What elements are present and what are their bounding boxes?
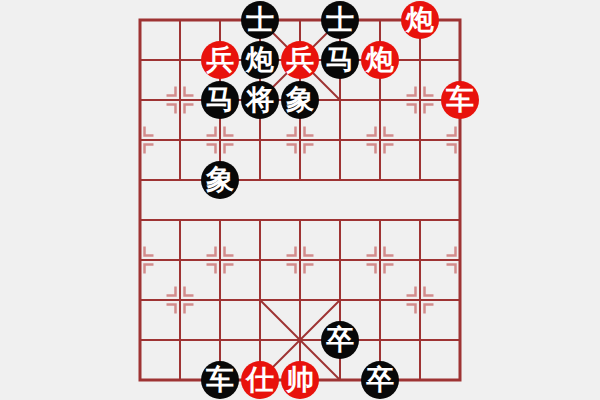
piece-red-cannon[interactable]: 炮: [401, 1, 439, 39]
board-point[interactable]: [400, 360, 440, 400]
board-point[interactable]: [160, 320, 200, 360]
board-point[interactable]: [360, 320, 400, 360]
piece-red-soldier[interactable]: 兵: [201, 41, 239, 79]
piece-black-soldier[interactable]: 卒: [321, 321, 359, 359]
board-point[interactable]: [360, 0, 400, 40]
board-point[interactable]: 将: [240, 80, 280, 120]
board-point[interactable]: 象: [280, 80, 320, 120]
board-point[interactable]: 兵: [280, 40, 320, 80]
board-point[interactable]: [440, 320, 480, 360]
piece-red-general[interactable]: 帅: [281, 361, 319, 399]
board-point[interactable]: [280, 320, 320, 360]
piece-black-advisor[interactable]: 士: [241, 1, 279, 39]
board-point[interactable]: [160, 0, 200, 40]
board-point[interactable]: [400, 240, 440, 280]
piece-red-soldier[interactable]: 兵: [281, 41, 319, 79]
board-point[interactable]: [320, 80, 360, 120]
board-point[interactable]: [160, 360, 200, 400]
board-point[interactable]: [200, 280, 240, 320]
board-point[interactable]: [160, 120, 200, 160]
board-point[interactable]: [280, 0, 320, 40]
piece-red-advisor[interactable]: 仕: [241, 361, 279, 399]
board-point[interactable]: [160, 280, 200, 320]
piece-black-soldier[interactable]: 卒: [361, 361, 399, 399]
piece-black-elephant[interactable]: 象: [201, 161, 239, 199]
board-point[interactable]: [440, 160, 480, 200]
board-point[interactable]: [400, 280, 440, 320]
board-point[interactable]: [400, 200, 440, 240]
board-point[interactable]: [120, 360, 160, 400]
board-point[interactable]: [240, 120, 280, 160]
board-point[interactable]: [240, 200, 280, 240]
piece-red-chariot[interactable]: 车: [441, 81, 479, 119]
board-point[interactable]: 卒: [320, 320, 360, 360]
board-point[interactable]: 士: [240, 0, 280, 40]
board-point[interactable]: [320, 280, 360, 320]
board-point[interactable]: 车: [440, 80, 480, 120]
board-point[interactable]: [320, 160, 360, 200]
board-point[interactable]: [320, 360, 360, 400]
board-point[interactable]: 帅: [280, 360, 320, 400]
board-point[interactable]: [360, 240, 400, 280]
piece-black-chariot[interactable]: 车: [201, 361, 239, 399]
board-point[interactable]: [280, 280, 320, 320]
board-point[interactable]: [120, 160, 160, 200]
board-point[interactable]: [280, 160, 320, 200]
board-point[interactable]: [120, 240, 160, 280]
board-point[interactable]: [120, 280, 160, 320]
board-point[interactable]: [400, 120, 440, 160]
board-point[interactable]: [360, 200, 400, 240]
board-point[interactable]: [240, 320, 280, 360]
board-point[interactable]: [160, 80, 200, 120]
board-point[interactable]: [440, 40, 480, 80]
board-point[interactable]: [160, 240, 200, 280]
piece-black-elephant[interactable]: 象: [281, 81, 319, 119]
piece-black-cannon[interactable]: 炮: [241, 41, 279, 79]
board-point[interactable]: [120, 320, 160, 360]
board-point[interactable]: [440, 240, 480, 280]
board-point[interactable]: [440, 280, 480, 320]
board-point[interactable]: [280, 200, 320, 240]
board-point[interactable]: [200, 240, 240, 280]
board-point[interactable]: [440, 120, 480, 160]
board-point[interactable]: 马: [320, 40, 360, 80]
board-point[interactable]: [280, 240, 320, 280]
piece-black-advisor[interactable]: 士: [321, 1, 359, 39]
piece-black-horse[interactable]: 马: [201, 81, 239, 119]
board-point[interactable]: 车: [200, 360, 240, 400]
board-point[interactable]: [360, 80, 400, 120]
board-point[interactable]: [120, 0, 160, 40]
board-point[interactable]: [200, 0, 240, 40]
board-point[interactable]: [400, 80, 440, 120]
board-point[interactable]: 炮: [400, 0, 440, 40]
board-point[interactable]: 士: [320, 0, 360, 40]
board-point[interactable]: [400, 40, 440, 80]
board-point[interactable]: [240, 240, 280, 280]
board-point[interactable]: 炮: [240, 40, 280, 80]
board-point[interactable]: [160, 40, 200, 80]
piece-red-cannon[interactable]: 炮: [361, 41, 399, 79]
board-point[interactable]: [400, 160, 440, 200]
board-point[interactable]: [200, 120, 240, 160]
board-point[interactable]: [320, 200, 360, 240]
board-point[interactable]: 仕: [240, 360, 280, 400]
board-point[interactable]: [440, 360, 480, 400]
board-point[interactable]: [160, 200, 200, 240]
board-point[interactable]: 马: [200, 80, 240, 120]
board-point[interactable]: [240, 160, 280, 200]
board-point[interactable]: [120, 120, 160, 160]
board-point[interactable]: [120, 40, 160, 80]
board-point[interactable]: [160, 160, 200, 200]
piece-black-general[interactable]: 将: [241, 81, 279, 119]
board-point[interactable]: [360, 120, 400, 160]
board-point[interactable]: 炮: [360, 40, 400, 80]
board-point[interactable]: [400, 320, 440, 360]
board-point[interactable]: [320, 240, 360, 280]
board-point[interactable]: [440, 0, 480, 40]
board-point[interactable]: [120, 80, 160, 120]
piece-black-horse[interactable]: 马: [321, 41, 359, 79]
board-point[interactable]: [200, 200, 240, 240]
xiangqi-board: 士士炮兵炮兵马炮马将象车象卒车仕帅卒: [0, 0, 600, 400]
board-point[interactable]: 兵: [200, 40, 240, 80]
board-point[interactable]: [320, 120, 360, 160]
board-point[interactable]: [280, 120, 320, 160]
board-point[interactable]: [120, 200, 160, 240]
board-point[interactable]: [440, 200, 480, 240]
board-point[interactable]: 象: [200, 160, 240, 200]
board-point[interactable]: 卒: [360, 360, 400, 400]
board-point[interactable]: [360, 160, 400, 200]
board-point[interactable]: [240, 280, 280, 320]
board-point[interactable]: [360, 280, 400, 320]
board-point[interactable]: [200, 320, 240, 360]
board-intersection-grid: 士士炮兵炮兵马炮马将象车象卒车仕帅卒: [120, 0, 480, 400]
